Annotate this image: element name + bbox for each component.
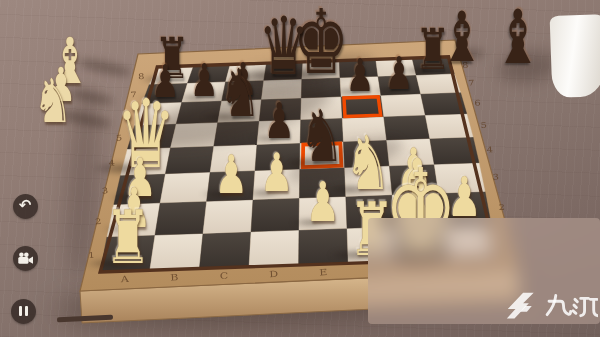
square-d7[interactable] (262, 79, 302, 99)
square-b6[interactable] (176, 101, 221, 124)
square-b4[interactable] (165, 146, 213, 174)
board-label-5: 5 (480, 121, 487, 130)
square-c1[interactable] (199, 232, 251, 269)
square-e5[interactable] (300, 118, 343, 143)
square-g3[interactable] (389, 164, 438, 194)
square-d1[interactable] (249, 230, 299, 267)
board-label-4: 4 (486, 145, 493, 154)
square-f3[interactable] (345, 166, 393, 197)
square-d4[interactable] (255, 143, 300, 171)
board-label-6: 6 (474, 98, 481, 107)
camera-button[interactable] (13, 246, 38, 271)
board-label-7: 7 (468, 78, 475, 87)
square-f5[interactable] (342, 117, 386, 142)
board-label-A: A (119, 274, 130, 284)
square-b3[interactable] (160, 172, 210, 203)
square-c2[interactable] (203, 200, 253, 234)
square-d5[interactable] (257, 119, 301, 144)
square-b5[interactable] (171, 122, 218, 147)
video-camera-icon (17, 252, 34, 265)
square-c7[interactable] (222, 80, 264, 100)
board-label-4: 4 (108, 158, 115, 167)
board-label-C: C (220, 271, 229, 281)
board-label-B: B (170, 272, 179, 282)
board-label-6: 6 (123, 111, 130, 120)
pause-button[interactable] (11, 299, 36, 324)
board-label-8: 8 (138, 72, 145, 81)
board-label-1: 1 (88, 251, 95, 260)
square-g5[interactable] (384, 115, 430, 140)
game-scene: ABCDEFGH1122334455667788 ♜♚♛♜♟♟♟♟♟♞♟♞♛♟♞… (0, 0, 600, 337)
square-c5[interactable] (214, 121, 259, 146)
square-b2[interactable] (155, 201, 207, 235)
board-label-2: 2 (95, 217, 102, 226)
board-label-3: 3 (492, 172, 499, 181)
square-c4[interactable] (210, 144, 257, 172)
board-label-D: D (269, 269, 278, 279)
square-f7[interactable] (340, 76, 381, 96)
square-g4[interactable] (387, 138, 435, 165)
board-label-E: E (319, 267, 328, 277)
pause-icon (19, 306, 28, 316)
square-c6[interactable] (218, 99, 262, 122)
square-e6[interactable] (301, 97, 343, 120)
jiuyou-watermark (502, 288, 598, 332)
square-c3[interactable] (207, 171, 255, 202)
square-f4[interactable] (343, 140, 389, 167)
undo-arrow-icon: ↶ (19, 198, 32, 213)
stylized-g-icon (507, 293, 534, 319)
board-label-2: 2 (498, 203, 505, 212)
square-d2[interactable] (251, 198, 299, 232)
square-d6[interactable] (259, 98, 301, 121)
square-d3[interactable] (253, 169, 300, 200)
board-label-3: 3 (102, 186, 109, 195)
square-e1[interactable] (299, 228, 349, 265)
board-label-5: 5 (115, 133, 122, 142)
board-label-7: 7 (130, 90, 137, 99)
square-e2[interactable] (299, 196, 347, 230)
square-g7[interactable] (378, 75, 421, 95)
square-e7[interactable] (301, 78, 341, 98)
square-b1[interactable] (150, 233, 203, 270)
square-b7[interactable] (182, 82, 226, 103)
square-g6[interactable] (381, 94, 425, 117)
undo-button[interactable]: ↶ (13, 194, 38, 219)
square-e3[interactable] (299, 167, 345, 198)
